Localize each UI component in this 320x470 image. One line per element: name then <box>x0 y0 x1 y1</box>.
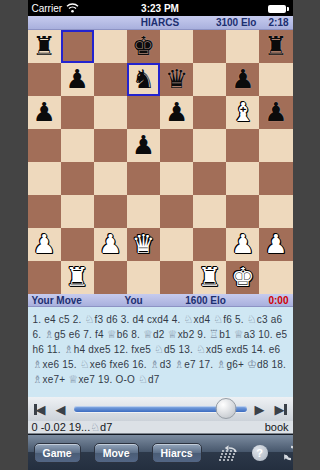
engine-elo: 3100 Elo <box>216 17 257 28</box>
square-a8[interactable]: ♜ <box>28 30 61 63</box>
square-g8[interactable] <box>226 30 259 63</box>
square-c2[interactable]: ♟ <box>94 228 127 261</box>
white-rook: ♜ <box>61 261 94 294</box>
square-c1[interactable] <box>94 261 127 294</box>
square-h3[interactable] <box>259 195 292 228</box>
square-c5[interactable] <box>94 129 127 162</box>
square-d7[interactable]: ♞ <box>127 63 160 96</box>
square-d5[interactable]: ♟ <box>127 129 160 162</box>
square-e1[interactable] <box>160 261 193 294</box>
hiarcs-menu-button[interactable]: Hiarcs <box>152 443 202 463</box>
black-queen: ♛ <box>160 63 193 96</box>
square-e4[interactable] <box>160 162 193 195</box>
white-pawn: ♟ <box>94 228 127 261</box>
square-f6[interactable] <box>193 96 226 129</box>
status-bar: Carrier 3:23 PM <box>28 0 293 16</box>
white-queen: ♛ <box>127 228 160 261</box>
square-f4[interactable] <box>193 162 226 195</box>
square-d8[interactable]: ♚ <box>127 30 160 63</box>
bottom-toolbar: Game Move Hiarcs ? <box>28 434 293 470</box>
white-pawn: ♟ <box>226 228 259 261</box>
square-e6[interactable]: ♟ <box>160 96 193 129</box>
square-g4[interactable] <box>226 162 259 195</box>
square-d3[interactable] <box>127 195 160 228</box>
clock-time: 3:23 PM <box>28 3 293 14</box>
game-menu-button[interactable]: Game <box>34 443 81 463</box>
square-b4[interactable] <box>61 162 94 195</box>
square-h4[interactable] <box>259 162 292 195</box>
app-screen: Carrier 3:23 PM HIARCS 3100 Elo 2:18 ♜♚♜… <box>28 0 293 470</box>
square-a2[interactable]: ♟ <box>28 228 61 261</box>
black-pawn: ♟ <box>226 63 259 96</box>
flip-board-icon[interactable] <box>217 444 238 462</box>
black-king: ♚ <box>127 30 160 63</box>
move-menu-button[interactable]: Move <box>94 443 139 463</box>
square-b5[interactable] <box>61 129 94 162</box>
slider-thumb[interactable] <box>215 398 236 419</box>
square-e8[interactable] <box>160 30 193 63</box>
black-rook: ♜ <box>259 30 292 63</box>
player-clock: 0:00 <box>264 295 292 306</box>
white-pawn: ♟ <box>28 228 61 261</box>
square-d1[interactable] <box>127 261 160 294</box>
white-pawn: ♟ <box>259 228 292 261</box>
white-rook: ♜ <box>193 261 226 294</box>
black-pawn: ♟ <box>160 96 193 129</box>
square-g7[interactable]: ♟ <box>226 63 259 96</box>
square-h7[interactable] <box>259 63 292 96</box>
square-h6[interactable]: ♟ <box>259 96 292 129</box>
square-d4[interactable] <box>127 162 160 195</box>
black-pawn: ♟ <box>127 129 160 162</box>
game-progress-slider[interactable] <box>74 398 247 420</box>
chess-board[interactable]: ♜♚♜♟♞♛♟♟♟♝♟♟♟♟♛♟♟♜♜♚ <box>28 30 293 294</box>
square-g2[interactable]: ♟ <box>226 228 259 261</box>
square-f7[interactable] <box>193 63 226 96</box>
square-a4[interactable] <box>28 162 61 195</box>
black-pawn: ♟ <box>259 96 292 129</box>
square-f1[interactable]: ♜ <box>193 261 226 294</box>
square-g3[interactable] <box>226 195 259 228</box>
player-name: You <box>121 295 147 306</box>
square-g6[interactable]: ♝ <box>226 96 259 129</box>
black-knight: ♞ <box>127 63 160 96</box>
square-a6[interactable]: ♟ <box>28 96 61 129</box>
square-e3[interactable] <box>160 195 193 228</box>
square-g5[interactable] <box>226 129 259 162</box>
square-c3[interactable] <box>94 195 127 228</box>
square-e7[interactable]: ♛ <box>160 63 193 96</box>
skip-to-end-button[interactable]: ▶ <box>275 403 287 416</box>
help-icon[interactable]: ? <box>252 445 268 461</box>
battery-icon <box>268 4 289 13</box>
square-c6[interactable] <box>94 96 127 129</box>
square-b3[interactable] <box>61 195 94 228</box>
engine-clock: 2:18 <box>268 17 288 28</box>
square-a5[interactable] <box>28 129 61 162</box>
refresh-icon[interactable] <box>282 444 293 462</box>
square-h5[interactable] <box>259 129 292 162</box>
square-h1[interactable] <box>259 261 292 294</box>
square-d6[interactable] <box>127 96 160 129</box>
black-rook: ♜ <box>28 30 61 63</box>
evaluation-text: 0 -0.02 19...♘d7 <box>32 421 113 434</box>
square-e2[interactable] <box>160 228 193 261</box>
square-g1[interactable]: ♚ <box>226 261 259 294</box>
player-elo: 1600 Elo <box>181 295 230 306</box>
square-b8[interactable] <box>61 30 94 63</box>
square-c4[interactable] <box>94 162 127 195</box>
playback-controls: ◀ ◀ ▶ ▶ <box>28 397 293 421</box>
square-a3[interactable] <box>28 195 61 228</box>
square-c8[interactable] <box>94 30 127 63</box>
turn-label: Your Move <box>28 295 86 306</box>
skip-to-start-button[interactable]: ◀ <box>34 403 46 416</box>
square-e5[interactable] <box>160 129 193 162</box>
square-f5[interactable] <box>193 129 226 162</box>
square-b1[interactable]: ♜ <box>61 261 94 294</box>
square-d2[interactable]: ♛ <box>127 228 160 261</box>
book-indicator: book <box>265 421 289 433</box>
white-bishop: ♝ <box>226 96 259 129</box>
square-a7[interactable] <box>28 63 61 96</box>
square-b2[interactable] <box>61 228 94 261</box>
black-pawn: ♟ <box>28 96 61 129</box>
evaluation-bar: 0 -0.02 19...♘d7 book <box>28 421 293 434</box>
step-forward-button[interactable]: ▶ <box>255 403 265 416</box>
square-f8[interactable] <box>193 30 226 63</box>
square-f2[interactable] <box>193 228 226 261</box>
move-list[interactable]: 1. e4 c5 2. ♘f3 d6 3. d4 cxd4 4. ♘xd4 ♘f… <box>28 307 293 397</box>
black-pawn: ♟ <box>61 63 94 96</box>
square-h2[interactable]: ♟ <box>259 228 292 261</box>
white-king: ♚ <box>226 261 259 294</box>
square-a1[interactable] <box>28 261 61 294</box>
square-b6[interactable] <box>61 96 94 129</box>
square-f3[interactable] <box>193 195 226 228</box>
engine-header-bar: HIARCS 3100 Elo 2:18 <box>28 16 293 30</box>
square-h8[interactable]: ♜ <box>259 30 292 63</box>
step-back-button[interactable]: ◀ <box>56 403 66 416</box>
player-bar: Your Move You 1600 Elo 0:00 <box>28 294 293 307</box>
square-c7[interactable] <box>94 63 127 96</box>
square-b7[interactable]: ♟ <box>61 63 94 96</box>
